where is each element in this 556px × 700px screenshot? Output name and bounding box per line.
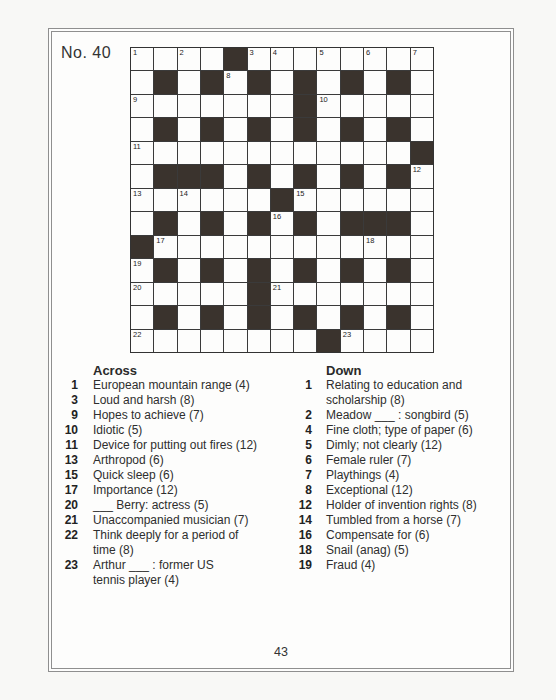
down-clue-4: 4Fine cloth; type of paper (6) [279, 423, 507, 438]
grid-cell[interactable]: 17 [154, 236, 176, 258]
block-cell [248, 212, 270, 234]
grid-cell[interactable] [224, 118, 246, 140]
grid-cell[interactable] [271, 118, 293, 140]
grid-cell[interactable] [201, 236, 223, 258]
across-clue-21: 21Unaccompanied musician (7) [55, 513, 307, 528]
grid-cell[interactable] [341, 142, 363, 164]
grid-cell[interactable] [178, 306, 200, 328]
clue-text: Holder of invention rights (8) [326, 498, 507, 513]
clue-text: Unaccompanied musician (7) [93, 513, 295, 528]
grid-cell[interactable]: 13 [131, 189, 153, 211]
clue-number: 2 [180, 48, 184, 57]
clue-text: Hopes to achieve (7) [93, 408, 295, 423]
grid-cell[interactable] [224, 306, 246, 328]
grid-cell[interactable]: 11 [131, 142, 153, 164]
down-clue-2: 2Meadow ___ : songbird (5) [279, 408, 507, 423]
grid-cell[interactable] [224, 330, 246, 352]
block-cell [364, 212, 386, 234]
grid-cell[interactable] [341, 48, 363, 70]
across-clue-9: 9Hopes to achieve (7) [55, 408, 307, 423]
clue-num: 13 [55, 453, 78, 468]
grid-cell[interactable]: 6 [364, 48, 386, 70]
block-cell [154, 118, 176, 140]
grid-cell[interactable] [271, 142, 293, 164]
grid-cell[interactable] [201, 283, 223, 305]
clue-num: 4 [279, 423, 312, 438]
block-cell [154, 165, 176, 187]
clue-text: Device for putting out fires (12) [93, 438, 295, 453]
block-cell [387, 71, 409, 93]
block-cell [201, 71, 223, 93]
across-clue-15: 15Quick sleep (6) [55, 468, 307, 483]
clue-number: 16 [273, 212, 281, 221]
down-clue-14: 14Tumbled from a horse (7) [279, 513, 507, 528]
block-cell [154, 71, 176, 93]
grid-cell[interactable] [224, 142, 246, 164]
block-cell [201, 259, 223, 281]
clue-number: 5 [319, 48, 323, 57]
grid-cell[interactable] [364, 118, 386, 140]
grid-cell[interactable] [178, 142, 200, 164]
grid-cell[interactable] [224, 283, 246, 305]
grid-cell[interactable] [317, 118, 339, 140]
down-header: Down [326, 363, 361, 378]
clue-text: Tumbled from a horse (7) [326, 513, 507, 528]
block-cell [154, 259, 176, 281]
clue-num: 2 [279, 408, 312, 423]
grid-cell[interactable] [364, 189, 386, 211]
grid-cell[interactable] [317, 306, 339, 328]
grid-cell[interactable] [131, 118, 153, 140]
clue-number: 21 [273, 283, 281, 292]
grid-cell[interactable] [364, 142, 386, 164]
grid-cell[interactable] [341, 236, 363, 258]
grid-cell[interactable] [271, 306, 293, 328]
grid-cell[interactable] [364, 330, 386, 352]
grid-cell[interactable] [224, 212, 246, 234]
clue-text: Quick sleep (6) [93, 468, 295, 483]
grid-cell[interactable]: 10 [317, 95, 339, 117]
clue-text: European mountain range (4) [93, 378, 295, 393]
grid-cell[interactable] [224, 95, 246, 117]
grid-cell[interactable]: 19 [131, 259, 153, 281]
grid-cell[interactable]: 9 [131, 95, 153, 117]
block-cell [341, 259, 363, 281]
block-cell [411, 142, 433, 164]
grid-cell[interactable] [201, 189, 223, 211]
block-cell [294, 212, 316, 234]
block-cell [294, 71, 316, 93]
grid-cell[interactable]: 23 [341, 330, 363, 352]
grid-cell[interactable] [387, 330, 409, 352]
clue-num: 10 [55, 423, 78, 438]
block-cell [248, 118, 270, 140]
across-header: Across [93, 363, 137, 378]
clue-text: Exceptional (12) [326, 483, 507, 498]
down-clue-6: 6Female ruler (7) [279, 453, 507, 468]
grid-cell[interactable] [364, 259, 386, 281]
grid-cell[interactable] [411, 283, 433, 305]
grid-cell[interactable] [271, 236, 293, 258]
clue-num: 1 [55, 378, 78, 393]
grid-cell[interactable]: 12 [411, 165, 433, 187]
clue-number: 11 [133, 142, 141, 151]
grid-cell[interactable] [411, 95, 433, 117]
grid-cell[interactable] [271, 165, 293, 187]
grid-cell[interactable] [317, 71, 339, 93]
grid-cell[interactable] [154, 95, 176, 117]
clue-num: 19 [279, 558, 312, 573]
clue-num: 6 [279, 453, 312, 468]
grid-cell[interactable] [294, 283, 316, 305]
across-clue-11: 11Device for putting out fires (12) [55, 438, 307, 453]
clue-text: Importance (12) [93, 483, 295, 498]
clue-text: Fine cloth; type of paper (6) [326, 423, 507, 438]
down-clue-list: 1Relating to education and scholarship (… [279, 378, 507, 573]
clue-number: 19 [133, 259, 141, 268]
clue-num: 3 [55, 393, 78, 408]
block-cell [201, 212, 223, 234]
grid-cell[interactable] [364, 71, 386, 93]
down-clue-19: 19Fraud (4) [279, 558, 507, 573]
clue-text: Arthur ___ : former US tennis player (4) [93, 558, 295, 588]
grid-cell[interactable] [271, 330, 293, 352]
block-cell [341, 212, 363, 234]
clue-num: 7 [279, 468, 312, 483]
clue-num: 22 [55, 528, 78, 543]
clue-number: 13 [133, 189, 141, 198]
block-cell [294, 165, 316, 187]
clue-num: 12 [279, 498, 312, 513]
clue-num: 5 [279, 438, 312, 453]
grid-cell[interactable] [154, 189, 176, 211]
down-clue-8: 8Exceptional (12) [279, 483, 507, 498]
clue-number: 3 [250, 48, 254, 57]
clue-text: Meadow ___ : songbird (5) [326, 408, 507, 423]
across-clue-13: 13Arthropod (6) [55, 453, 307, 468]
grid-cell[interactable] [178, 236, 200, 258]
block-cell [341, 71, 363, 93]
block-cell [154, 306, 176, 328]
clue-number: 9 [133, 95, 137, 104]
puzzle-number: No. 40 [61, 44, 111, 62]
block-cell [154, 212, 176, 234]
clue-num: 21 [55, 513, 78, 528]
across-clue-22: 22Think deeply for a period of time (8) [55, 528, 307, 558]
block-cell [131, 236, 153, 258]
grid-cell[interactable] [317, 142, 339, 164]
grid-cell[interactable] [341, 189, 363, 211]
grid-cell[interactable] [178, 118, 200, 140]
across-clue-list: 1European mountain range (4)3Loud and ha… [55, 378, 307, 588]
block-cell [294, 306, 316, 328]
grid-cell[interactable] [271, 71, 293, 93]
across-clue-10: 10Idiotic (5) [55, 423, 307, 438]
grid-cell[interactable] [411, 330, 433, 352]
page-number: 43 [49, 645, 513, 659]
grid-cell[interactable] [248, 95, 270, 117]
grid-cell[interactable] [387, 95, 409, 117]
grid-cell[interactable] [411, 71, 433, 93]
grid-cell[interactable] [411, 189, 433, 211]
grid-cell[interactable] [317, 212, 339, 234]
clue-num: 8 [279, 483, 312, 498]
grid-cell[interactable] [178, 71, 200, 93]
grid-cell[interactable] [131, 306, 153, 328]
grid-cell[interactable] [248, 330, 270, 352]
clue-num: 15 [55, 468, 78, 483]
grid-cell[interactable] [271, 259, 293, 281]
block-cell [387, 212, 409, 234]
grid-cell[interactable] [154, 330, 176, 352]
clue-number: 10 [319, 95, 327, 104]
grid-cell[interactable] [411, 118, 433, 140]
grid-cell[interactable] [364, 95, 386, 117]
clue-number: 22 [133, 330, 141, 339]
clue-num: 14 [279, 513, 312, 528]
grid-cell[interactable] [387, 283, 409, 305]
clue-text: ___ Berry: actress (5) [93, 498, 295, 513]
clue-number: 4 [273, 48, 277, 57]
grid-cell[interactable] [178, 212, 200, 234]
clue-text: Relating to education and scholarship (8… [326, 378, 507, 408]
grid-cell[interactable] [178, 259, 200, 281]
across-clue-20: 20___ Berry: actress (5) [55, 498, 307, 513]
clue-text: Snail (anag) (5) [326, 543, 507, 558]
block-cell [201, 165, 223, 187]
block-cell [201, 306, 223, 328]
page: No. 40 123456789101112131415161718192021… [48, 28, 514, 672]
clue-text: Compensate for (6) [326, 528, 507, 543]
clue-number: 14 [180, 189, 188, 198]
clue-num: 1 [279, 378, 312, 393]
grid-cell[interactable] [154, 48, 176, 70]
grid-cell[interactable] [178, 283, 200, 305]
grid-cell[interactable] [294, 236, 316, 258]
block-cell [387, 306, 409, 328]
crossword-grid: 1234567891011121314151617181920212223 [130, 47, 434, 353]
block-cell [248, 165, 270, 187]
grid-cell[interactable]: 3 [248, 48, 270, 70]
grid-cell[interactable]: 2 [178, 48, 200, 70]
grid-cell[interactable] [248, 189, 270, 211]
grid-cell[interactable] [364, 306, 386, 328]
block-cell [387, 118, 409, 140]
block-cell [294, 95, 316, 117]
clue-number: 20 [133, 283, 141, 292]
clue-num: 20 [55, 498, 78, 513]
grid-cell[interactable] [294, 330, 316, 352]
clue-number: 18 [366, 236, 374, 245]
block-cell [341, 165, 363, 187]
clue-text: Fraud (4) [326, 558, 507, 573]
grid-cell[interactable] [178, 95, 200, 117]
down-clue-18: 18Snail (anag) (5) [279, 543, 507, 558]
clue-num: 9 [55, 408, 78, 423]
down-clue-16: 16Compensate for (6) [279, 528, 507, 543]
block-cell [224, 48, 246, 70]
grid-cell[interactable] [178, 330, 200, 352]
grid-cell[interactable] [411, 212, 433, 234]
grid-cell[interactable] [131, 165, 153, 187]
block-cell [341, 306, 363, 328]
clue-number: 15 [296, 189, 304, 198]
clue-text: Dimly; not clearly (12) [326, 438, 507, 453]
grid-cell[interactable] [154, 283, 176, 305]
grid-cell[interactable] [224, 189, 246, 211]
grid-cell[interactable] [364, 165, 386, 187]
grid-cell[interactable]: 5 [317, 48, 339, 70]
grid-cell[interactable]: 14 [178, 189, 200, 211]
block-cell [248, 283, 270, 305]
down-clue-12: 12Holder of invention rights (8) [279, 498, 507, 513]
grid-cell[interactable] [317, 165, 339, 187]
clue-text: Loud and harsh (8) [93, 393, 295, 408]
grid-cell[interactable] [411, 259, 433, 281]
grid-cell[interactable] [294, 142, 316, 164]
block-cell [248, 306, 270, 328]
clue-number: 17 [156, 236, 164, 245]
grid-cell[interactable] [341, 95, 363, 117]
grid-cell[interactable] [248, 142, 270, 164]
grid-cell[interactable] [387, 236, 409, 258]
grid-cell[interactable] [317, 283, 339, 305]
across-clue-1: 1European mountain range (4) [55, 378, 307, 393]
block-cell [201, 118, 223, 140]
block-cell [178, 165, 200, 187]
grid-cell[interactable] [271, 95, 293, 117]
grid-cell[interactable] [201, 330, 223, 352]
clue-num: 16 [279, 528, 312, 543]
grid-cell[interactable]: 7 [411, 48, 433, 70]
grid-cell[interactable] [387, 189, 409, 211]
grid-cell[interactable] [387, 142, 409, 164]
grid-cell[interactable] [201, 48, 223, 70]
grid-cell[interactable]: 20 [131, 283, 153, 305]
grid-cell[interactable] [387, 48, 409, 70]
grid-cell[interactable]: 8 [224, 71, 246, 93]
grid-cell[interactable]: 1 [131, 48, 153, 70]
block-cell [387, 259, 409, 281]
grid-cell[interactable]: 21 [271, 283, 293, 305]
grid-cell[interactable]: 4 [271, 48, 293, 70]
clue-text: Idiotic (5) [93, 423, 295, 438]
grid-cell[interactable] [411, 236, 433, 258]
grid-cell[interactable] [341, 283, 363, 305]
across-clue-23: 23Arthur ___ : former US tennis player (… [55, 558, 307, 588]
across-clue-3: 3Loud and harsh (8) [55, 393, 307, 408]
clue-text: Arthropod (6) [93, 453, 295, 468]
block-cell [341, 118, 363, 140]
grid-cell[interactable] [317, 259, 339, 281]
grid-cell[interactable]: 22 [131, 330, 153, 352]
grid-cell[interactable] [248, 236, 270, 258]
block-cell [248, 71, 270, 93]
grid-cell[interactable] [294, 48, 316, 70]
grid-cell[interactable] [224, 165, 246, 187]
clue-number: 6 [366, 48, 370, 57]
grid-cell[interactable] [201, 142, 223, 164]
across-clue-17: 17Importance (12) [55, 483, 307, 498]
grid-cell[interactable] [131, 212, 153, 234]
down-clue-5: 5Dimly; not clearly (12) [279, 438, 507, 453]
grid-cell[interactable]: 16 [271, 212, 293, 234]
grid-cell[interactable] [364, 283, 386, 305]
clue-number: 23 [343, 330, 351, 339]
grid-cell[interactable] [411, 306, 433, 328]
grid-cell[interactable]: 18 [364, 236, 386, 258]
grid-cell[interactable] [154, 142, 176, 164]
clue-text: Female ruler (7) [326, 453, 507, 468]
clue-text: Think deeply for a period of time (8) [93, 528, 295, 558]
clue-number: 8 [226, 71, 230, 80]
grid-cell[interactable] [224, 259, 246, 281]
clue-num: 23 [55, 558, 78, 573]
block-cell [317, 330, 339, 352]
clue-number: 12 [413, 165, 421, 174]
clue-num: 17 [55, 483, 78, 498]
block-cell [294, 259, 316, 281]
grid-cell[interactable] [317, 236, 339, 258]
block-cell [294, 118, 316, 140]
clue-number: 7 [413, 48, 417, 57]
clue-num: 11 [55, 438, 78, 453]
block-cell [248, 259, 270, 281]
block-cell [387, 165, 409, 187]
down-clue-7: 7Playthings (4) [279, 468, 507, 483]
grid-cell[interactable]: 15 [294, 189, 316, 211]
clue-num: 18 [279, 543, 312, 558]
grid-cell[interactable] [131, 71, 153, 93]
clue-text: Playthings (4) [326, 468, 507, 483]
block-cell [271, 189, 293, 211]
grid-cell[interactable] [201, 95, 223, 117]
clue-number: 1 [133, 48, 137, 57]
grid-cell[interactable] [224, 236, 246, 258]
grid-cell[interactable] [317, 189, 339, 211]
down-clue-1: 1Relating to education and scholarship (… [279, 378, 507, 408]
